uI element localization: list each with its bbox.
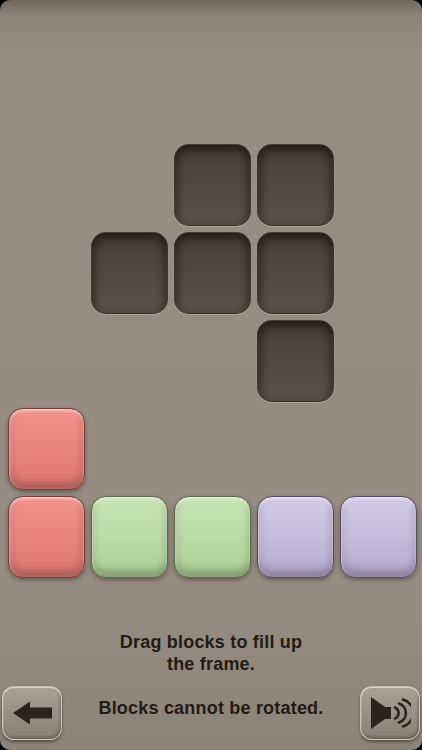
instruction-note: Blocks cannot be rotated. (0, 697, 422, 719)
block-purple-cell[interactable] (340, 496, 417, 578)
frame-hole[interactable] (91, 232, 168, 314)
instruction-line-2: the frame. (0, 653, 422, 675)
instruction-text: Drag blocks to fill up the frame. (0, 631, 422, 675)
frame-hole[interactable] (257, 320, 334, 402)
block-green-cell[interactable] (91, 496, 168, 578)
back-button[interactable] (2, 686, 62, 740)
instruction-line-1: Drag blocks to fill up (0, 631, 422, 653)
game-screen: Drag blocks to fill up the frame. Blocks… (0, 0, 422, 750)
speaker-sound-waves-icon (369, 694, 411, 732)
frame-hole[interactable] (174, 144, 251, 226)
left-arrow-icon (10, 698, 54, 728)
frame-hole[interactable] (257, 144, 334, 226)
puzzle-board (8, 144, 417, 578)
block-red-cell[interactable] (8, 408, 85, 490)
block-red-cell[interactable] (8, 496, 85, 578)
block-green-cell[interactable] (174, 496, 251, 578)
frame-hole[interactable] (174, 232, 251, 314)
frame-hole[interactable] (257, 232, 334, 314)
sound-button[interactable] (360, 686, 420, 740)
block-purple-cell[interactable] (257, 496, 334, 578)
